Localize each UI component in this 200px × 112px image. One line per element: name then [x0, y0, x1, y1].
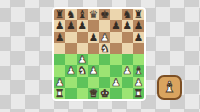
board-square-a7[interactable]: ♟: [54, 20, 65, 31]
piece-white-pawn[interactable]: ♟: [55, 77, 64, 88]
board-square-h1[interactable]: ♜: [133, 88, 144, 99]
piece-black-knight[interactable]: ♞: [66, 9, 75, 20]
board-square-d4[interactable]: [88, 54, 99, 65]
board-square-g7[interactable]: ♟: [122, 20, 133, 31]
board-square-d6[interactable]: ♟: [88, 32, 99, 43]
board-square-a3[interactable]: [54, 65, 65, 76]
board-square-g8[interactable]: ♞: [122, 9, 133, 20]
piece-white-pawn[interactable]: ♟: [77, 54, 86, 65]
piece-white-pawn[interactable]: ♟: [89, 65, 98, 76]
piece-white-pawn[interactable]: ♟: [134, 77, 143, 88]
piece-white-pawn[interactable]: ♟: [111, 77, 120, 88]
piece-white-knight[interactable]: ♞: [100, 43, 109, 54]
piece-black-bishop[interactable]: ♝: [77, 9, 86, 20]
board-square-c6[interactable]: [77, 32, 88, 43]
piece-black-king[interactable]: ♚: [100, 9, 109, 20]
piece-white-knight[interactable]: ♞: [77, 65, 86, 76]
board-square-d7[interactable]: [88, 20, 99, 31]
board-square-c5[interactable]: [77, 43, 88, 54]
board-square-f8[interactable]: [110, 9, 121, 20]
board-square-e3[interactable]: [99, 65, 110, 76]
board-square-d1[interactable]: ♛: [88, 88, 99, 99]
board-square-b6[interactable]: [65, 32, 76, 43]
board-square-h8[interactable]: ♜: [133, 9, 144, 20]
board-square-b2[interactable]: [65, 77, 76, 88]
board-square-f3[interactable]: [110, 65, 121, 76]
board-square-h5[interactable]: [133, 43, 144, 54]
piece-white-rook[interactable]: ♜: [134, 88, 143, 99]
chess-board[interactable]: ♜♞♝♛♚♞♜♟♟♟♟♟♟♟♟♟♟♞♟♟♞♟♟♝♟♟♟♜♛♚♜: [54, 9, 144, 99]
board-square-b3[interactable]: ♟: [65, 65, 76, 76]
board-square-h7[interactable]: ♟: [133, 20, 144, 31]
board-square-a4[interactable]: [54, 54, 65, 65]
board-square-g6[interactable]: [122, 32, 133, 43]
chess-board-frame: ♜♞♝♛♚♞♜♟♟♟♟♟♟♟♟♟♟♞♟♟♞♟♟♝♟♟♟♜♛♚♜: [52, 7, 146, 101]
board-square-a5[interactable]: [54, 43, 65, 54]
piece-black-knight[interactable]: ♞: [122, 9, 131, 20]
white-bishop-icon: ♝: [163, 77, 176, 98]
piece-black-pawn[interactable]: ♟: [122, 20, 131, 31]
board-square-f2[interactable]: ♟: [110, 77, 121, 88]
screenshot-stage: ♜♞♝♛♚♞♜♟♟♟♟♟♟♟♟♟♟♞♟♟♞♟♟♝♟♟♟♜♛♚♜ ♝: [0, 0, 200, 112]
board-square-c4[interactable]: ♟: [77, 54, 88, 65]
piece-black-pawn[interactable]: ♟: [77, 20, 86, 31]
piece-white-pawn[interactable]: ♟: [100, 32, 109, 43]
piece-white-pawn[interactable]: ♟: [66, 65, 75, 76]
board-square-c8[interactable]: ♝: [77, 9, 88, 20]
board-square-d2[interactable]: [88, 77, 99, 88]
board-square-d8[interactable]: ♛: [88, 9, 99, 20]
board-square-g5[interactable]: [122, 43, 133, 54]
board-square-a8[interactable]: ♜: [54, 9, 65, 20]
board-square-c3[interactable]: ♞: [77, 65, 88, 76]
board-square-e4[interactable]: [99, 54, 110, 65]
piece-white-queen[interactable]: ♛: [89, 88, 98, 99]
board-square-e8[interactable]: ♚: [99, 9, 110, 20]
piece-black-rook[interactable]: ♜: [134, 9, 143, 20]
piece-black-pawn[interactable]: ♟: [89, 32, 98, 43]
board-square-a6[interactable]: ♟: [54, 32, 65, 43]
piece-white-bishop[interactable]: ♝: [134, 65, 143, 76]
board-square-h6[interactable]: ♟: [133, 32, 144, 43]
board-square-g1[interactable]: [122, 88, 133, 99]
piece-white-king[interactable]: ♚: [100, 88, 109, 99]
board-square-g4[interactable]: [122, 54, 133, 65]
board-square-b8[interactable]: ♞: [65, 9, 76, 20]
piece-white-pawn[interactable]: ♟: [122, 65, 131, 76]
board-square-g2[interactable]: [122, 77, 133, 88]
board-square-c7[interactable]: ♟: [77, 20, 88, 31]
board-square-e6[interactable]: ♟: [99, 32, 110, 43]
board-square-b4[interactable]: [65, 54, 76, 65]
board-square-b1[interactable]: [65, 88, 76, 99]
board-square-f6[interactable]: [110, 32, 121, 43]
board-square-c1[interactable]: [77, 88, 88, 99]
board-square-f4[interactable]: [110, 54, 121, 65]
board-square-e5[interactable]: ♞: [99, 43, 110, 54]
board-square-e1[interactable]: ♚: [99, 88, 110, 99]
piece-button[interactable]: ♝: [157, 75, 182, 100]
board-square-f5[interactable]: [110, 43, 121, 54]
board-square-f7[interactable]: ♟: [110, 20, 121, 31]
piece-black-queen[interactable]: ♛: [89, 9, 98, 20]
board-square-f1[interactable]: [110, 88, 121, 99]
board-square-d3[interactable]: ♟: [88, 65, 99, 76]
board-square-a1[interactable]: ♜: [54, 88, 65, 99]
piece-black-pawn[interactable]: ♟: [134, 32, 143, 43]
piece-white-rook[interactable]: ♜: [55, 88, 64, 99]
board-square-h2[interactable]: ♟: [133, 77, 144, 88]
board-square-a2[interactable]: ♟: [54, 77, 65, 88]
board-square-d5[interactable]: [88, 43, 99, 54]
board-square-h4[interactable]: [133, 54, 144, 65]
board-square-b5[interactable]: [65, 43, 76, 54]
board-square-e7[interactable]: [99, 20, 110, 31]
piece-black-pawn[interactable]: ♟: [55, 20, 64, 31]
piece-black-pawn[interactable]: ♟: [111, 20, 120, 31]
board-square-e2[interactable]: [99, 77, 110, 88]
piece-black-rook[interactable]: ♜: [55, 9, 64, 20]
board-square-b7[interactable]: ♟: [65, 20, 76, 31]
piece-black-pawn[interactable]: ♟: [134, 20, 143, 31]
board-square-g3[interactable]: ♟: [122, 65, 133, 76]
board-square-h3[interactable]: ♝: [133, 65, 144, 76]
board-square-c2[interactable]: [77, 77, 88, 88]
piece-black-pawn[interactable]: ♟: [55, 32, 64, 43]
piece-black-pawn[interactable]: ♟: [66, 20, 75, 31]
